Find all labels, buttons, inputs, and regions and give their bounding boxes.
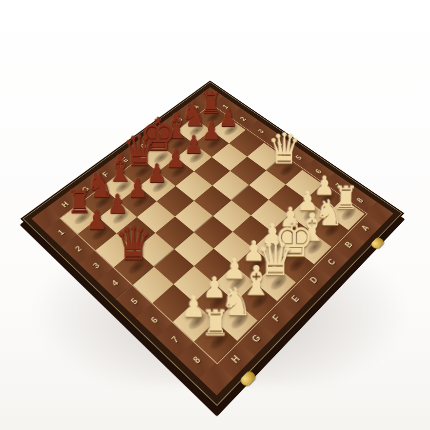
dark-queen-h4[interactable]: ♛ (104, 220, 163, 267)
board-face: HGFEDCBA1122334455667788HGFEDCBA (20, 80, 404, 408)
white-rook-h8[interactable]: ♜ (184, 306, 247, 342)
chess-board: HGFEDCBA1122334455667788HGFEDCBA ♜♞♝♛♚♝♞… (20, 80, 404, 408)
photo-stage: HGFEDCBA1122334455667788HGFEDCBA ♜♞♝♛♚♝♞… (0, 0, 430, 430)
